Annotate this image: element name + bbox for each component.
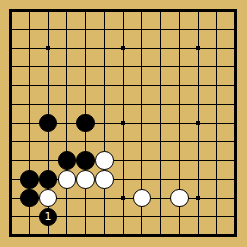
stone-black [20, 170, 39, 189]
stone-black [20, 189, 39, 208]
stone-black [39, 114, 58, 133]
stone-white [58, 170, 77, 189]
star-point [196, 196, 200, 200]
stone-white [170, 189, 189, 208]
stone-black: 1 [39, 208, 58, 227]
stone-black [76, 114, 95, 133]
stone-black [39, 170, 58, 189]
stone-white [95, 170, 114, 189]
stone-white [95, 151, 114, 170]
star-point [46, 46, 50, 50]
go-board[interactable]: 1 [0, 0, 247, 247]
stone-black [76, 151, 95, 170]
star-point [121, 196, 125, 200]
stone-white [39, 189, 58, 208]
star-point [196, 121, 200, 125]
stone-white [133, 189, 152, 208]
star-point [121, 46, 125, 50]
stone-black [58, 151, 77, 170]
star-point [121, 121, 125, 125]
stone-white [76, 170, 95, 189]
board-intersections: 1 [1, 1, 245, 245]
move-number-label: 1 [45, 211, 52, 222]
star-point [196, 46, 200, 50]
